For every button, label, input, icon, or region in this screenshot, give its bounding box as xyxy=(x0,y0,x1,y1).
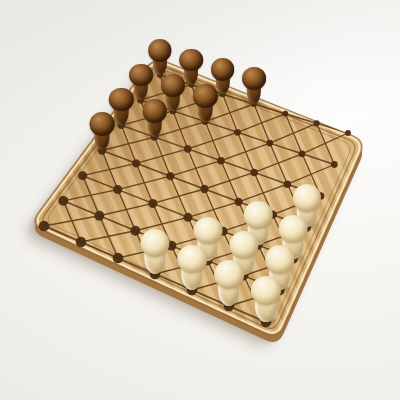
board-hole-r3c4[interactable] xyxy=(217,157,225,165)
peg-ball-head xyxy=(293,184,321,211)
board-hole-r6c2[interactable] xyxy=(94,211,104,221)
board-hole-r3c5[interactable] xyxy=(250,169,258,177)
peg-ball-head xyxy=(279,215,308,243)
peg-ball-head xyxy=(177,245,207,273)
board-hole-r6c1[interactable] xyxy=(58,196,68,206)
peg-ball-head xyxy=(148,39,171,62)
board-hole-r4c5[interactable] xyxy=(235,198,243,206)
board-hole-r2c7[interactable] xyxy=(331,161,338,168)
peg-ball-head xyxy=(180,49,204,72)
peg-ball-head xyxy=(90,112,115,136)
board-hole-r5c3[interactable] xyxy=(148,199,157,208)
peg-ball-head xyxy=(242,67,266,90)
peg-ball-head xyxy=(193,217,222,245)
board-hole-r2c5[interactable] xyxy=(266,140,273,147)
peg-ball-head xyxy=(251,276,281,305)
board-hole-r4c3[interactable] xyxy=(166,172,174,180)
peg-brown[interactable] xyxy=(142,99,167,137)
peg-natural[interactable] xyxy=(251,276,281,322)
board-hole-r1c5[interactable] xyxy=(282,111,288,117)
board-hole-r3c3[interactable] xyxy=(184,145,192,153)
board-hole-r7c2[interactable] xyxy=(76,237,87,248)
peg-brown[interactable] xyxy=(90,112,115,150)
board-hole-r7c1[interactable] xyxy=(39,221,50,232)
board-hole-r5c4[interactable] xyxy=(183,213,192,222)
board-hole-r5c1[interactable] xyxy=(78,171,87,180)
peg-ball-head xyxy=(142,99,167,123)
board-hole-r3c6[interactable] xyxy=(284,180,292,188)
peg-ball-head xyxy=(193,84,217,107)
board-hole-r6c3[interactable] xyxy=(131,226,141,236)
peg-ball-head xyxy=(161,74,185,97)
board-hole-r1c6[interactable] xyxy=(314,120,320,126)
product-photo xyxy=(0,0,400,400)
peg-ball-head xyxy=(109,88,133,111)
board-hole-r4c2[interactable] xyxy=(132,159,140,167)
peg-ball-head xyxy=(244,201,273,229)
peg-ball-head xyxy=(214,260,244,289)
peg-natural[interactable] xyxy=(177,245,207,290)
board-hole-r2c4[interactable] xyxy=(234,129,241,136)
peg-ball-head xyxy=(129,64,153,87)
board-hole-r5c2[interactable] xyxy=(113,185,122,194)
peg-brown[interactable] xyxy=(242,67,266,104)
peg-ball-head xyxy=(265,245,295,273)
peg-brown[interactable] xyxy=(193,84,217,121)
board-hole-r7c3[interactable] xyxy=(113,253,124,264)
board-hole-r4c4[interactable] xyxy=(200,185,208,193)
board-hole-r1c7[interactable] xyxy=(345,130,351,136)
peg-natural[interactable] xyxy=(140,229,169,274)
board-hole-r2c6[interactable] xyxy=(299,150,306,157)
peg-natural[interactable] xyxy=(214,260,244,306)
peg-ball-head xyxy=(211,58,235,81)
